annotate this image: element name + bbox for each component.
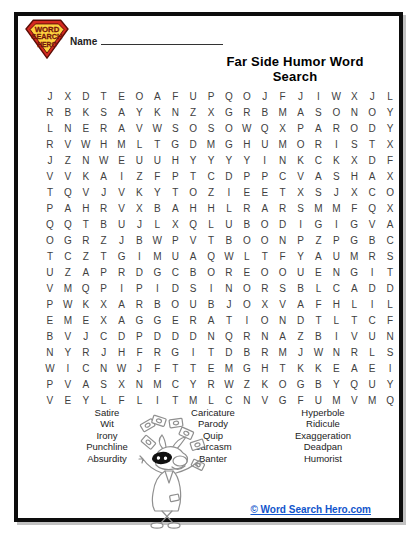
grid-cell: L — [220, 200, 238, 216]
grid-cell: B — [148, 296, 166, 312]
grid-cell: G — [292, 376, 310, 392]
grid-cell: J — [41, 88, 59, 104]
grid-cell: V — [59, 136, 77, 152]
grid-cell: E — [77, 312, 95, 328]
grid-cell: Y — [184, 376, 202, 392]
grid-cell: Y — [381, 104, 399, 120]
grid-cell: Y — [202, 152, 220, 168]
grid-cell: L — [95, 392, 113, 408]
grid-cell: H — [113, 344, 131, 360]
grid-cell: X — [381, 168, 399, 184]
grid-cell: B — [95, 216, 113, 232]
grid-cell: F — [130, 344, 148, 360]
grid-cell: E — [41, 312, 59, 328]
grid-cell: J — [41, 152, 59, 168]
grid-cell: S — [327, 168, 345, 184]
grid-cell: M — [274, 104, 292, 120]
grid-cell: Z — [309, 232, 327, 248]
grid-cell: Z — [77, 248, 95, 264]
name-label: Name — [70, 36, 97, 47]
grid-cell: D — [274, 216, 292, 232]
grid-cell: A — [309, 120, 327, 136]
grid-cell: V — [256, 392, 274, 408]
grid-cell: Y — [148, 184, 166, 200]
grid-cell: X — [345, 152, 363, 168]
grid-cell: G — [148, 264, 166, 280]
grid-cell: X — [166, 216, 184, 232]
word-list-item: Hyperbole — [258, 407, 388, 418]
grid-cell: M — [184, 392, 202, 408]
grid-cell: E — [59, 392, 77, 408]
grid-cell: J — [95, 344, 113, 360]
grid-cell: M — [59, 280, 77, 296]
copyright-link[interactable]: © Word Search Hero.com — [250, 504, 371, 515]
grid-cell: G — [220, 104, 238, 120]
grid-cell: I — [238, 312, 256, 328]
grid-cell: R — [148, 344, 166, 360]
grid-cell: F — [113, 392, 131, 408]
grid-cell: R — [113, 264, 131, 280]
grid-cell: I — [309, 88, 327, 104]
grid-cell: A — [113, 104, 131, 120]
grid-cell: O — [238, 280, 256, 296]
grid-cell: O — [166, 296, 184, 312]
grid-cell: R — [309, 136, 327, 152]
grid-cell: N — [238, 392, 256, 408]
grid-cell: E — [238, 184, 256, 200]
grid-cell: V — [113, 184, 131, 200]
grid-cell: P — [95, 280, 113, 296]
grid-cell: P — [238, 168, 256, 184]
grid-cell: D — [77, 88, 95, 104]
grid-cell: B — [292, 280, 310, 296]
grid-cell: A — [148, 88, 166, 104]
grid-cell: K — [148, 104, 166, 120]
grid-cell: X — [256, 296, 274, 312]
grid-cell: M — [363, 392, 381, 408]
grid-cell: F — [148, 168, 166, 184]
grid-cell: U — [256, 136, 274, 152]
grid-cell: Y — [184, 152, 202, 168]
grid-cell: V — [345, 328, 363, 344]
grid-cell: I — [113, 168, 131, 184]
grid-cell: O — [184, 184, 202, 200]
grid-cell: C — [95, 328, 113, 344]
grid-cell: C — [77, 360, 95, 376]
grid-cell: O — [274, 264, 292, 280]
grid-cell: W — [95, 152, 113, 168]
grid-cell: R — [238, 200, 256, 216]
grid-cell: H — [256, 360, 274, 376]
grid-cell: J — [130, 360, 148, 376]
grid-cell: I — [327, 136, 345, 152]
grid-cell: F — [345, 200, 363, 216]
logo-text-hero: HERO — [37, 41, 57, 48]
grid-cell: S — [381, 248, 399, 264]
mascot-pocket-bill — [169, 494, 179, 502]
grid-cell: J — [130, 216, 148, 232]
grid-cell: H — [166, 152, 184, 168]
grid-cell: I — [363, 264, 381, 280]
grid-cell: A — [113, 120, 131, 136]
grid-cell: X — [381, 200, 399, 216]
grid-cell: I — [381, 360, 399, 376]
grid-cell: L — [130, 136, 148, 152]
grid-cell: U — [184, 296, 202, 312]
word-list-item: Exaggeration — [258, 430, 388, 441]
grid-cell: X — [95, 312, 113, 328]
grid-cell: K — [130, 184, 148, 200]
grid-cell: I — [59, 360, 77, 376]
grid-cell: A — [95, 168, 113, 184]
grid-cell: W — [220, 376, 238, 392]
grid-cell: C — [274, 168, 292, 184]
grid-cell: H — [345, 168, 363, 184]
grid-cell: P — [41, 200, 59, 216]
grid-cell: T — [148, 136, 166, 152]
grid-cell: R — [95, 120, 113, 136]
grid-cell: B — [184, 264, 202, 280]
grid-cell: F — [274, 88, 292, 104]
grid-cell: N — [59, 120, 77, 136]
grid-cell: A — [345, 360, 363, 376]
grid-cell: H — [327, 296, 345, 312]
grid-cell: R — [41, 136, 59, 152]
grid-cell: R — [238, 104, 256, 120]
grid-cell: S — [309, 104, 327, 120]
grid-cell: U — [148, 152, 166, 168]
grid-cell: N — [327, 344, 345, 360]
grid-cell: I — [148, 392, 166, 408]
grid-cell: D — [166, 280, 184, 296]
grid-cell: T — [41, 184, 59, 200]
grid-cell: Q — [220, 328, 238, 344]
grid-cell: C — [220, 392, 238, 408]
grid-cell: G — [113, 248, 131, 264]
grid-cell: N — [327, 264, 345, 280]
grid-cell: O — [184, 120, 202, 136]
grid-cell: E — [166, 312, 184, 328]
grid-cell: G — [345, 264, 363, 280]
grid-cell: T — [95, 88, 113, 104]
grid-cell: P — [327, 232, 345, 248]
grid-cell: T — [166, 184, 184, 200]
grid-cell: J — [292, 88, 310, 104]
grid-cell: I — [327, 328, 345, 344]
grid-cell: G — [345, 232, 363, 248]
grid-cell: M — [202, 136, 220, 152]
grid-cell: G — [59, 232, 77, 248]
grid-cell: S — [292, 200, 310, 216]
grid-cell: N — [130, 376, 148, 392]
grid-cell: B — [238, 216, 256, 232]
grid-cell: T — [381, 264, 399, 280]
grid-cell: M — [345, 248, 363, 264]
grid-cell: S — [381, 344, 399, 360]
grid-cell: W — [220, 248, 238, 264]
money-bill-icon — [141, 435, 156, 449]
grid-cell: N — [95, 360, 113, 376]
grid-cell: E — [77, 120, 95, 136]
grid-cell: O — [256, 216, 274, 232]
grid-cell: K — [256, 376, 274, 392]
grid-cell: G — [130, 312, 148, 328]
grid-cell: F — [148, 360, 166, 376]
grid-cell: I — [130, 248, 148, 264]
grid-cell: D — [184, 136, 202, 152]
grid-cell: K — [292, 360, 310, 376]
grid-cell: K — [77, 296, 95, 312]
grid-cell: P — [202, 88, 220, 104]
grid-cell: Z — [95, 232, 113, 248]
grid-cell: Y — [130, 104, 148, 120]
grid-cell: V — [274, 296, 292, 312]
grid-cell: Q — [256, 120, 274, 136]
grid-cell: K — [327, 152, 345, 168]
grid-cell: R — [256, 280, 274, 296]
grid-cell: K — [309, 360, 327, 376]
grid-cell: A — [113, 312, 131, 328]
grid-cell: P — [292, 232, 310, 248]
grid-cell: V — [59, 376, 77, 392]
grid-cell: D — [184, 328, 202, 344]
grid-cell: N — [41, 344, 59, 360]
grid-cell: H — [202, 200, 220, 216]
grid-cell: D — [220, 344, 238, 360]
grid-cell: L — [130, 392, 148, 408]
grid-cell: W — [238, 120, 256, 136]
grid-cell: K — [77, 104, 95, 120]
money-bill-icon — [179, 427, 194, 440]
grid-cell: A — [363, 168, 381, 184]
grid-cell: F — [166, 88, 184, 104]
grid-cell: V — [59, 168, 77, 184]
grid-cell: Z — [292, 328, 310, 344]
grid-cell: J — [292, 344, 310, 360]
grid-cell: P — [292, 120, 310, 136]
grid-cell: D — [363, 280, 381, 296]
grid-cell: D — [381, 280, 399, 296]
grid-cell: U — [309, 392, 327, 408]
grid-cell: E — [202, 360, 220, 376]
grid-cell: I — [327, 216, 345, 232]
grid-cell: E — [327, 360, 345, 376]
word-list-column-3: HyperboleRidiculeExaggerationDeadpanHumo… — [258, 407, 388, 464]
grid-cell: B — [220, 232, 238, 248]
grid-cell: D — [363, 120, 381, 136]
grid-cell: T — [309, 312, 327, 328]
letter-grid: JXDTEOAFUPQOJFJIWXJLRBKSAYKNZXGRBMASONOY… — [41, 88, 399, 408]
word-list-item: Humorist — [258, 453, 388, 464]
grid-cell: A — [292, 104, 310, 120]
grid-cell: O — [256, 264, 274, 280]
worksheet-frame: WORD SEARCH HERO Name Far Side Humor Wor… — [14, 12, 403, 522]
mascot-legs — [160, 511, 174, 524]
grid-cell: O — [345, 120, 363, 136]
grid-cell: A — [309, 248, 327, 264]
grid-cell: C — [166, 376, 184, 392]
grid-cell: J — [77, 328, 95, 344]
grid-cell: T — [77, 216, 95, 232]
grid-cell: N — [345, 104, 363, 120]
grid-cell: B — [130, 232, 148, 248]
grid-cell: S — [95, 104, 113, 120]
grid-cell: G — [148, 312, 166, 328]
grid-cell: R — [202, 376, 220, 392]
grid-cell: G — [274, 392, 292, 408]
grid-cell: A — [166, 200, 184, 216]
grid-cell: O — [202, 264, 220, 280]
grid-cell: B — [202, 296, 220, 312]
grid-cell: T — [220, 312, 238, 328]
grid-cell: L — [363, 344, 381, 360]
grid-cell: B — [148, 200, 166, 216]
grid-cell: Z — [59, 152, 77, 168]
grid-cell: U — [363, 376, 381, 392]
grid-cell: D — [148, 328, 166, 344]
grid-cell: G — [166, 136, 184, 152]
grid-cell: Z — [130, 168, 148, 184]
mascot-foot-left — [151, 523, 163, 528]
grid-cell: R — [256, 344, 274, 360]
grid-cell: C — [166, 264, 184, 280]
grid-cell: I — [292, 216, 310, 232]
grid-cell: A — [256, 200, 274, 216]
grid-cell: K — [77, 168, 95, 184]
grid-cell: Q — [59, 216, 77, 232]
grid-cell: M — [59, 312, 77, 328]
grid-cell: R — [238, 328, 256, 344]
grid-cell: E — [363, 360, 381, 376]
grid-cell: R — [184, 312, 202, 328]
grid-cell: Q — [381, 392, 399, 408]
grid-cell: T — [41, 248, 59, 264]
grid-cell: S — [166, 120, 184, 136]
wordsearchhero-logo: WORD SEARCH HERO — [24, 18, 70, 60]
grid-cell: Y — [77, 392, 95, 408]
grid-cell: T — [166, 360, 184, 376]
grid-cell: I — [220, 184, 238, 200]
grid-cell: T — [166, 392, 184, 408]
grid-cell: P — [41, 296, 59, 312]
grid-cell: H — [77, 200, 95, 216]
grid-cell: N — [166, 104, 184, 120]
grid-cell: Y — [381, 376, 399, 392]
grid-cell: H — [184, 200, 202, 216]
grid-cell: X — [202, 104, 220, 120]
grid-cell: M — [327, 200, 345, 216]
grid-cell: P — [130, 280, 148, 296]
grid-cell: R — [95, 200, 113, 216]
grid-cell: M — [148, 248, 166, 264]
grid-cell: W — [59, 296, 77, 312]
grid-cell: U — [184, 88, 202, 104]
grid-cell: U — [41, 264, 59, 280]
grid-cell: N — [274, 152, 292, 168]
grid-cell: Q — [184, 216, 202, 232]
grid-cell: O — [292, 136, 310, 152]
grid-cell: R — [77, 232, 95, 248]
grid-cell: I — [202, 280, 220, 296]
grid-cell: R — [220, 264, 238, 280]
grid-cell: J — [220, 296, 238, 312]
grid-cell: F — [381, 152, 399, 168]
grid-cell: R — [274, 200, 292, 216]
grid-cell: S — [184, 280, 202, 296]
grid-cell: L — [238, 248, 256, 264]
grid-cell: X — [95, 296, 113, 312]
grid-cell: X — [345, 88, 363, 104]
grid-cell: X — [292, 184, 310, 200]
grid-cell: J — [95, 184, 113, 200]
grid-cell: Z — [202, 184, 220, 200]
grid-cell: P — [130, 328, 148, 344]
mascot-foot-right — [168, 523, 180, 528]
grid-cell: B — [238, 344, 256, 360]
grid-cell: B — [309, 328, 327, 344]
grid-cell: V — [130, 120, 148, 136]
grid-cell: V — [184, 232, 202, 248]
grid-cell: C — [381, 232, 399, 248]
grid-cell: D — [130, 264, 148, 280]
grid-cell: Q — [59, 184, 77, 200]
grid-cell: E — [113, 152, 131, 168]
grid-cell: Q — [41, 216, 59, 232]
grid-cell: V — [41, 280, 59, 296]
grid-cell: W — [113, 360, 131, 376]
grid-cell: W — [77, 136, 95, 152]
grid-cell: E — [113, 88, 131, 104]
grid-cell: I — [148, 280, 166, 296]
grid-cell: L — [41, 120, 59, 136]
grid-cell: Q — [363, 200, 381, 216]
grid-cell: X — [113, 376, 131, 392]
grid-cell: F — [309, 296, 327, 312]
grid-cell: O — [238, 232, 256, 248]
grid-cell: I — [256, 152, 274, 168]
grid-cell: D — [220, 168, 238, 184]
grid-cell: M — [113, 136, 131, 152]
grid-cell: X — [59, 88, 77, 104]
grid-cell: M — [274, 344, 292, 360]
grid-cell: N — [220, 280, 238, 296]
grid-cell: L — [148, 216, 166, 232]
grid-cell: L — [381, 296, 399, 312]
grid-cell: S — [95, 376, 113, 392]
grid-cell: A — [184, 248, 202, 264]
grid-cell: T — [256, 248, 274, 264]
grid-cell: F — [292, 392, 310, 408]
grid-cell: V — [59, 328, 77, 344]
grid-cell: A — [113, 296, 131, 312]
grid-cell: T — [345, 312, 363, 328]
word-list-item: Ridicule — [258, 418, 388, 429]
grid-cell: R — [130, 296, 148, 312]
grid-cell: Z — [59, 264, 77, 280]
grid-cell: U — [292, 264, 310, 280]
grid-cell: M — [274, 136, 292, 152]
grid-cell: L — [381, 88, 399, 104]
grid-cell: C — [363, 184, 381, 200]
grid-cell: G — [166, 344, 184, 360]
grid-cell: J — [113, 232, 131, 248]
grid-cell: O — [238, 88, 256, 104]
grid-cell: O — [41, 232, 59, 248]
grid-cell: T — [184, 168, 202, 184]
grid-cell: W — [41, 360, 59, 376]
page-title: Far Side Humor Word Search — [204, 54, 386, 84]
grid-cell: V — [113, 200, 131, 216]
